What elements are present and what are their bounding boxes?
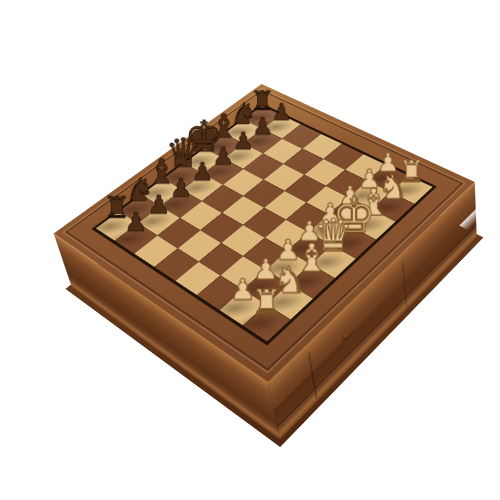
chess-box: ♜♞♝♛♚♝♞♜♟♟♟♟♟♟♟♟♟♟♟♟♟♟♟♟♜♞♝♛♚♝♞♜ — [54, 84, 475, 382]
piece-white-rook-a1[interactable]: ♜ — [242, 285, 292, 322]
product-photo-canvas: ♜♞♝♛♚♝♞♜♟♟♟♟♟♟♟♟♟♟♟♟♟♟♟♟♜♞♝♛♚♝♞♜ — [0, 0, 500, 500]
piece-black-pawn-a7[interactable]: ♟ — [114, 209, 159, 238]
drawer-knob[interactable] — [343, 322, 354, 341]
box-top: ♜♞♝♛♚♝♞♜♟♟♟♟♟♟♟♟♟♟♟♟♟♟♟♟♜♞♝♛♚♝♞♜ — [54, 84, 475, 382]
drawer-seam-left — [402, 261, 407, 308]
scene: ♜♞♝♛♚♝♞♜♟♟♟♟♟♟♟♟♟♟♟♟♟♟♟♟♜♞♝♛♚♝♞♜ — [0, 0, 500, 500]
